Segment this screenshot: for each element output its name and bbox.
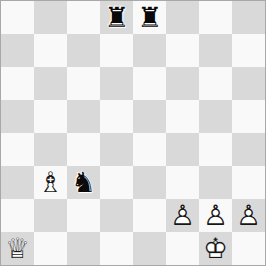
square-f6[interactable] bbox=[166, 67, 199, 100]
chess-board: ♜♜♝♗♞♟♙♟♙♟♙♛♕♚♔ bbox=[0, 0, 266, 266]
piece-white-king[interactable]: ♚♔ bbox=[199, 232, 232, 265]
square-b1[interactable] bbox=[34, 232, 67, 265]
square-d7[interactable] bbox=[100, 34, 133, 67]
square-h2[interactable]: ♟♙ bbox=[232, 199, 265, 232]
square-h4[interactable] bbox=[232, 133, 265, 166]
square-e5[interactable] bbox=[133, 100, 166, 133]
black-rook-glyph: ♜ bbox=[100, 1, 133, 34]
white-pawn-glyph: ♙ bbox=[232, 199, 265, 232]
square-h5[interactable] bbox=[232, 100, 265, 133]
square-b3[interactable]: ♝♗ bbox=[34, 166, 67, 199]
black-knight-glyph: ♞ bbox=[67, 166, 100, 199]
square-c2[interactable] bbox=[67, 199, 100, 232]
square-e3[interactable] bbox=[133, 166, 166, 199]
square-g5[interactable] bbox=[199, 100, 232, 133]
square-d4[interactable] bbox=[100, 133, 133, 166]
square-a5[interactable] bbox=[1, 100, 34, 133]
square-c8[interactable] bbox=[67, 1, 100, 34]
piece-black-rook[interactable]: ♜ bbox=[133, 1, 166, 34]
square-e6[interactable] bbox=[133, 67, 166, 100]
square-g6[interactable] bbox=[199, 67, 232, 100]
square-a2[interactable] bbox=[1, 199, 34, 232]
white-pawn-glyph: ♙ bbox=[166, 199, 199, 232]
square-f3[interactable] bbox=[166, 166, 199, 199]
square-h7[interactable] bbox=[232, 34, 265, 67]
square-b5[interactable] bbox=[34, 100, 67, 133]
white-queen-glyph: ♕ bbox=[1, 232, 34, 265]
square-b7[interactable] bbox=[34, 34, 67, 67]
white-king-glyph: ♔ bbox=[199, 232, 232, 265]
piece-white-pawn[interactable]: ♟♙ bbox=[166, 199, 199, 232]
square-e7[interactable] bbox=[133, 34, 166, 67]
square-b6[interactable] bbox=[34, 67, 67, 100]
square-g8[interactable] bbox=[199, 1, 232, 34]
square-h1[interactable] bbox=[232, 232, 265, 265]
square-a3[interactable] bbox=[1, 166, 34, 199]
square-d1[interactable] bbox=[100, 232, 133, 265]
white-bishop-glyph: ♗ bbox=[34, 166, 67, 199]
piece-white-bishop[interactable]: ♝♗ bbox=[34, 166, 67, 199]
square-b4[interactable] bbox=[34, 133, 67, 166]
square-a1[interactable]: ♛♕ bbox=[1, 232, 34, 265]
square-f2[interactable]: ♟♙ bbox=[166, 199, 199, 232]
piece-black-knight[interactable]: ♞ bbox=[67, 166, 100, 199]
square-e1[interactable] bbox=[133, 232, 166, 265]
square-h6[interactable] bbox=[232, 67, 265, 100]
square-f5[interactable] bbox=[166, 100, 199, 133]
square-f8[interactable] bbox=[166, 1, 199, 34]
white-pawn-glyph: ♙ bbox=[199, 199, 232, 232]
square-d2[interactable] bbox=[100, 199, 133, 232]
chess-diagram: ♜♜♝♗♞♟♙♟♙♟♙♛♕♚♔ bbox=[0, 0, 266, 266]
square-d6[interactable] bbox=[100, 67, 133, 100]
square-c5[interactable] bbox=[67, 100, 100, 133]
square-f7[interactable] bbox=[166, 34, 199, 67]
square-c6[interactable] bbox=[67, 67, 100, 100]
square-d5[interactable] bbox=[100, 100, 133, 133]
square-b2[interactable] bbox=[34, 199, 67, 232]
square-g2[interactable]: ♟♙ bbox=[199, 199, 232, 232]
square-c3[interactable]: ♞ bbox=[67, 166, 100, 199]
black-rook-glyph: ♜ bbox=[133, 1, 166, 34]
square-a7[interactable] bbox=[1, 34, 34, 67]
square-c4[interactable] bbox=[67, 133, 100, 166]
square-b8[interactable] bbox=[34, 1, 67, 34]
square-g7[interactable] bbox=[199, 34, 232, 67]
square-a6[interactable] bbox=[1, 67, 34, 100]
square-e4[interactable] bbox=[133, 133, 166, 166]
piece-white-pawn[interactable]: ♟♙ bbox=[199, 199, 232, 232]
square-f1[interactable] bbox=[166, 232, 199, 265]
square-e2[interactable] bbox=[133, 199, 166, 232]
piece-white-queen[interactable]: ♛♕ bbox=[1, 232, 34, 265]
square-g1[interactable]: ♚♔ bbox=[199, 232, 232, 265]
square-a4[interactable] bbox=[1, 133, 34, 166]
square-g4[interactable] bbox=[199, 133, 232, 166]
square-h8[interactable] bbox=[232, 1, 265, 34]
square-g3[interactable] bbox=[199, 166, 232, 199]
square-h3[interactable] bbox=[232, 166, 265, 199]
square-d8[interactable]: ♜ bbox=[100, 1, 133, 34]
square-e8[interactable]: ♜ bbox=[133, 1, 166, 34]
square-c7[interactable] bbox=[67, 34, 100, 67]
square-c1[interactable] bbox=[67, 232, 100, 265]
square-f4[interactable] bbox=[166, 133, 199, 166]
square-d3[interactable] bbox=[100, 166, 133, 199]
square-a8[interactable] bbox=[1, 1, 34, 34]
piece-black-rook[interactable]: ♜ bbox=[100, 1, 133, 34]
piece-white-pawn[interactable]: ♟♙ bbox=[232, 199, 265, 232]
